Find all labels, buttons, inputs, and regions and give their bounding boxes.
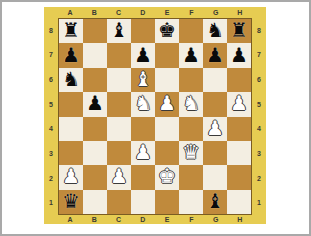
- square-h7[interactable]: ♟: [227, 43, 251, 67]
- rank-labels-right: 87654321: [252, 18, 266, 215]
- square-c2[interactable]: ♟: [107, 165, 131, 189]
- square-h2[interactable]: [227, 165, 251, 189]
- square-b1[interactable]: [83, 190, 107, 214]
- square-a5[interactable]: [59, 92, 83, 116]
- square-e7[interactable]: [155, 43, 179, 67]
- square-g7[interactable]: ♟: [203, 43, 227, 67]
- file-labels-bottom: ABCDEFGH: [58, 215, 252, 224]
- square-f1[interactable]: [179, 190, 203, 214]
- black-pawn[interactable]: ♟: [230, 45, 248, 65]
- square-b6[interactable]: [83, 68, 107, 92]
- black-knight[interactable]: ♞: [206, 20, 224, 40]
- file-label-g: G: [204, 215, 228, 224]
- file-labels-top: ABCDEFGH: [58, 7, 252, 18]
- square-e3[interactable]: [155, 141, 179, 165]
- square-d4[interactable]: [131, 117, 155, 141]
- white-pawn[interactable]: ♟: [158, 93, 176, 113]
- rank-label-1: 1: [252, 190, 266, 215]
- square-d8[interactable]: [131, 19, 155, 43]
- black-pawn[interactable]: ♟: [206, 45, 224, 65]
- square-f7[interactable]: ♟: [179, 43, 203, 67]
- white-knight[interactable]: ♞: [134, 93, 152, 113]
- square-a2[interactable]: ♟: [59, 165, 83, 189]
- square-a1[interactable]: ♛: [59, 190, 83, 214]
- chess-board-frame: ABCDEFGH ABCDEFGH 87654321 87654321 ♜♝♚♞…: [44, 7, 266, 224]
- square-a7[interactable]: ♟: [59, 43, 83, 67]
- square-d1[interactable]: [131, 190, 155, 214]
- square-c3[interactable]: [107, 141, 131, 165]
- rank-label-4: 4: [252, 117, 266, 142]
- square-d5[interactable]: ♞: [131, 92, 155, 116]
- black-bishop[interactable]: ♝: [110, 20, 128, 40]
- square-f2[interactable]: [179, 165, 203, 189]
- square-f6[interactable]: [179, 68, 203, 92]
- rank-label-3: 3: [44, 141, 58, 166]
- square-d2[interactable]: [131, 165, 155, 189]
- square-a8[interactable]: ♜: [59, 19, 83, 43]
- black-pawn[interactable]: ♟: [134, 45, 152, 65]
- square-a3[interactable]: [59, 141, 83, 165]
- square-h3[interactable]: [227, 141, 251, 165]
- rank-label-5: 5: [252, 92, 266, 117]
- square-h5[interactable]: ♟: [227, 92, 251, 116]
- file-label-c: C: [107, 215, 131, 224]
- square-f5[interactable]: ♞: [179, 92, 203, 116]
- square-c6[interactable]: [107, 68, 131, 92]
- square-e8[interactable]: ♚: [155, 19, 179, 43]
- square-d7[interactable]: ♟: [131, 43, 155, 67]
- square-f3[interactable]: ♛: [179, 141, 203, 165]
- rank-label-2: 2: [252, 166, 266, 191]
- file-label-g: G: [204, 7, 228, 18]
- square-a6[interactable]: ♞: [59, 68, 83, 92]
- square-b5[interactable]: ♟: [83, 92, 107, 116]
- chess-board: ♜♝♚♞♜♟♟♟♟♟♞♝♟♞♟♞♟♟♟♛♟♟♚♛♝: [58, 18, 252, 215]
- white-pawn[interactable]: ♟: [206, 118, 224, 138]
- square-e6[interactable]: [155, 68, 179, 92]
- white-knight[interactable]: ♞: [182, 93, 200, 113]
- square-g8[interactable]: ♞: [203, 19, 227, 43]
- square-e2[interactable]: ♚: [155, 165, 179, 189]
- rank-label-2: 2: [44, 166, 58, 191]
- rank-label-8: 8: [252, 18, 266, 43]
- file-label-d: D: [131, 7, 155, 18]
- square-d6[interactable]: ♝: [131, 68, 155, 92]
- black-pawn[interactable]: ♟: [182, 45, 200, 65]
- square-f4[interactable]: [179, 117, 203, 141]
- file-label-e: E: [155, 215, 179, 224]
- square-c7[interactable]: [107, 43, 131, 67]
- square-c4[interactable]: [107, 117, 131, 141]
- white-pawn[interactable]: ♟: [230, 93, 248, 113]
- rank-label-6: 6: [44, 67, 58, 92]
- black-king[interactable]: ♚: [158, 20, 176, 40]
- rank-label-1: 1: [44, 190, 58, 215]
- square-c5[interactable]: [107, 92, 131, 116]
- rank-label-6: 6: [252, 67, 266, 92]
- square-b8[interactable]: [83, 19, 107, 43]
- square-h1[interactable]: [227, 190, 251, 214]
- file-label-f: F: [179, 215, 203, 224]
- black-pawn[interactable]: ♟: [86, 93, 104, 113]
- white-bishop[interactable]: ♝: [134, 69, 152, 89]
- white-pawn[interactable]: ♟: [134, 142, 152, 162]
- square-b2[interactable]: [83, 165, 107, 189]
- square-h6[interactable]: [227, 68, 251, 92]
- black-queen[interactable]: ♛: [62, 191, 80, 211]
- black-rook[interactable]: ♜: [230, 20, 248, 40]
- white-pawn[interactable]: ♟: [110, 166, 128, 186]
- square-g6[interactable]: [203, 68, 227, 92]
- black-pawn[interactable]: ♟: [62, 45, 80, 65]
- file-label-b: B: [82, 215, 106, 224]
- square-d3[interactable]: ♟: [131, 141, 155, 165]
- file-label-f: F: [179, 7, 203, 18]
- black-rook[interactable]: ♜: [62, 20, 80, 40]
- square-g3[interactable]: [203, 141, 227, 165]
- square-f8[interactable]: [179, 19, 203, 43]
- rank-label-4: 4: [44, 117, 58, 142]
- rank-labels-left: 87654321: [44, 18, 58, 215]
- file-label-b: B: [82, 7, 106, 18]
- white-pawn[interactable]: ♟: [62, 166, 80, 186]
- square-h4[interactable]: [227, 117, 251, 141]
- square-b3[interactable]: [83, 141, 107, 165]
- black-bishop[interactable]: ♝: [206, 191, 224, 211]
- square-g1[interactable]: ♝: [203, 190, 227, 214]
- file-label-d: D: [131, 215, 155, 224]
- square-g2[interactable]: [203, 165, 227, 189]
- square-e5[interactable]: ♟: [155, 92, 179, 116]
- file-label-h: H: [228, 7, 252, 18]
- square-e1[interactable]: [155, 190, 179, 214]
- rank-label-8: 8: [44, 18, 58, 43]
- square-a4[interactable]: [59, 117, 83, 141]
- rank-label-3: 3: [252, 141, 266, 166]
- square-b4[interactable]: [83, 117, 107, 141]
- square-g4[interactable]: ♟: [203, 117, 227, 141]
- file-label-c: C: [107, 7, 131, 18]
- square-c8[interactable]: ♝: [107, 19, 131, 43]
- square-b7[interactable]: [83, 43, 107, 67]
- file-label-e: E: [155, 7, 179, 18]
- black-knight[interactable]: ♞: [62, 69, 80, 89]
- square-g5[interactable]: [203, 92, 227, 116]
- white-king[interactable]: ♚: [158, 166, 176, 186]
- rank-label-5: 5: [44, 92, 58, 117]
- page-canvas: ABCDEFGH ABCDEFGH 87654321 87654321 ♜♝♚♞…: [0, 0, 311, 236]
- square-c1[interactable]: [107, 190, 131, 214]
- square-h8[interactable]: ♜: [227, 19, 251, 43]
- rank-label-7: 7: [252, 43, 266, 68]
- file-label-h: H: [228, 215, 252, 224]
- file-label-a: A: [58, 215, 82, 224]
- rank-label-7: 7: [44, 43, 58, 68]
- file-label-a: A: [58, 7, 82, 18]
- white-queen[interactable]: ♛: [182, 142, 200, 162]
- square-e4[interactable]: [155, 117, 179, 141]
